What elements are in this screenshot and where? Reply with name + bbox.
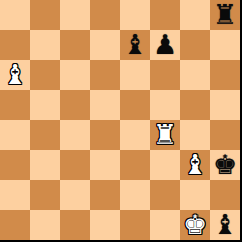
chess-board-window: ♜♝♟♝♜♝♚♚♝ [0, 0, 242, 242]
white-bishop-a6[interactable]: ♝ [3, 60, 27, 90]
square-d7[interactable] [90, 30, 120, 60]
square-g7[interactable] [180, 30, 210, 60]
square-g3[interactable]: ♝ [180, 150, 210, 180]
chess-board: ♜♝♟♝♜♝♚♚♝ [0, 0, 242, 242]
square-c6[interactable] [60, 60, 90, 90]
square-g5[interactable] [180, 90, 210, 120]
square-c2[interactable] [60, 180, 90, 210]
square-a5[interactable] [0, 90, 30, 120]
square-h8[interactable]: ♜ [210, 0, 240, 30]
square-a7[interactable] [0, 30, 30, 60]
square-f4[interactable]: ♜ [150, 120, 180, 150]
square-h6[interactable] [210, 60, 240, 90]
square-g6[interactable] [180, 60, 210, 90]
square-e7[interactable]: ♝ [120, 30, 150, 60]
square-c8[interactable] [60, 0, 90, 30]
square-a8[interactable] [0, 0, 30, 30]
square-c1[interactable] [60, 210, 90, 240]
black-king-h3[interactable]: ♚ [213, 150, 237, 180]
square-d5[interactable] [90, 90, 120, 120]
square-f3[interactable] [150, 150, 180, 180]
white-king-g1[interactable]: ♚ [183, 210, 207, 240]
square-b1[interactable] [30, 210, 60, 240]
square-d1[interactable] [90, 210, 120, 240]
square-c4[interactable] [60, 120, 90, 150]
square-b3[interactable] [30, 150, 60, 180]
square-b5[interactable] [30, 90, 60, 120]
square-h5[interactable] [210, 90, 240, 120]
square-h7[interactable] [210, 30, 240, 60]
black-pawn-f7[interactable]: ♟ [153, 30, 177, 60]
square-d8[interactable] [90, 0, 120, 30]
square-e4[interactable] [120, 120, 150, 150]
square-e8[interactable] [120, 0, 150, 30]
square-h1[interactable]: ♝ [210, 210, 240, 240]
square-a1[interactable] [0, 210, 30, 240]
square-g1[interactable]: ♚ [180, 210, 210, 240]
square-h2[interactable] [210, 180, 240, 210]
square-f5[interactable] [150, 90, 180, 120]
square-e5[interactable] [120, 90, 150, 120]
black-bishop-e7[interactable]: ♝ [123, 30, 147, 60]
square-b4[interactable] [30, 120, 60, 150]
square-f6[interactable] [150, 60, 180, 90]
square-e6[interactable] [120, 60, 150, 90]
square-d3[interactable] [90, 150, 120, 180]
square-a3[interactable] [0, 150, 30, 180]
square-g8[interactable] [180, 0, 210, 30]
white-rook-f4[interactable]: ♜ [153, 120, 177, 150]
square-c5[interactable] [60, 90, 90, 120]
square-g4[interactable] [180, 120, 210, 150]
square-h3[interactable]: ♚ [210, 150, 240, 180]
white-bishop-g3[interactable]: ♝ [183, 150, 207, 180]
square-a4[interactable] [0, 120, 30, 150]
square-b8[interactable] [30, 0, 60, 30]
square-f1[interactable] [150, 210, 180, 240]
square-d4[interactable] [90, 120, 120, 150]
square-b7[interactable] [30, 30, 60, 60]
square-f8[interactable] [150, 0, 180, 30]
square-g2[interactable] [180, 180, 210, 210]
square-b6[interactable] [30, 60, 60, 90]
square-d2[interactable] [90, 180, 120, 210]
square-c7[interactable] [60, 30, 90, 60]
square-b2[interactable] [30, 180, 60, 210]
square-d6[interactable] [90, 60, 120, 90]
square-e2[interactable] [120, 180, 150, 210]
black-rook-h8[interactable]: ♜ [213, 0, 237, 30]
square-a2[interactable] [0, 180, 30, 210]
square-h4[interactable] [210, 120, 240, 150]
square-f7[interactable]: ♟ [150, 30, 180, 60]
square-e1[interactable] [120, 210, 150, 240]
square-c3[interactable] [60, 150, 90, 180]
black-bishop-h1[interactable]: ♝ [213, 210, 237, 240]
square-a6[interactable]: ♝ [0, 60, 30, 90]
square-f2[interactable] [150, 180, 180, 210]
square-e3[interactable] [120, 150, 150, 180]
